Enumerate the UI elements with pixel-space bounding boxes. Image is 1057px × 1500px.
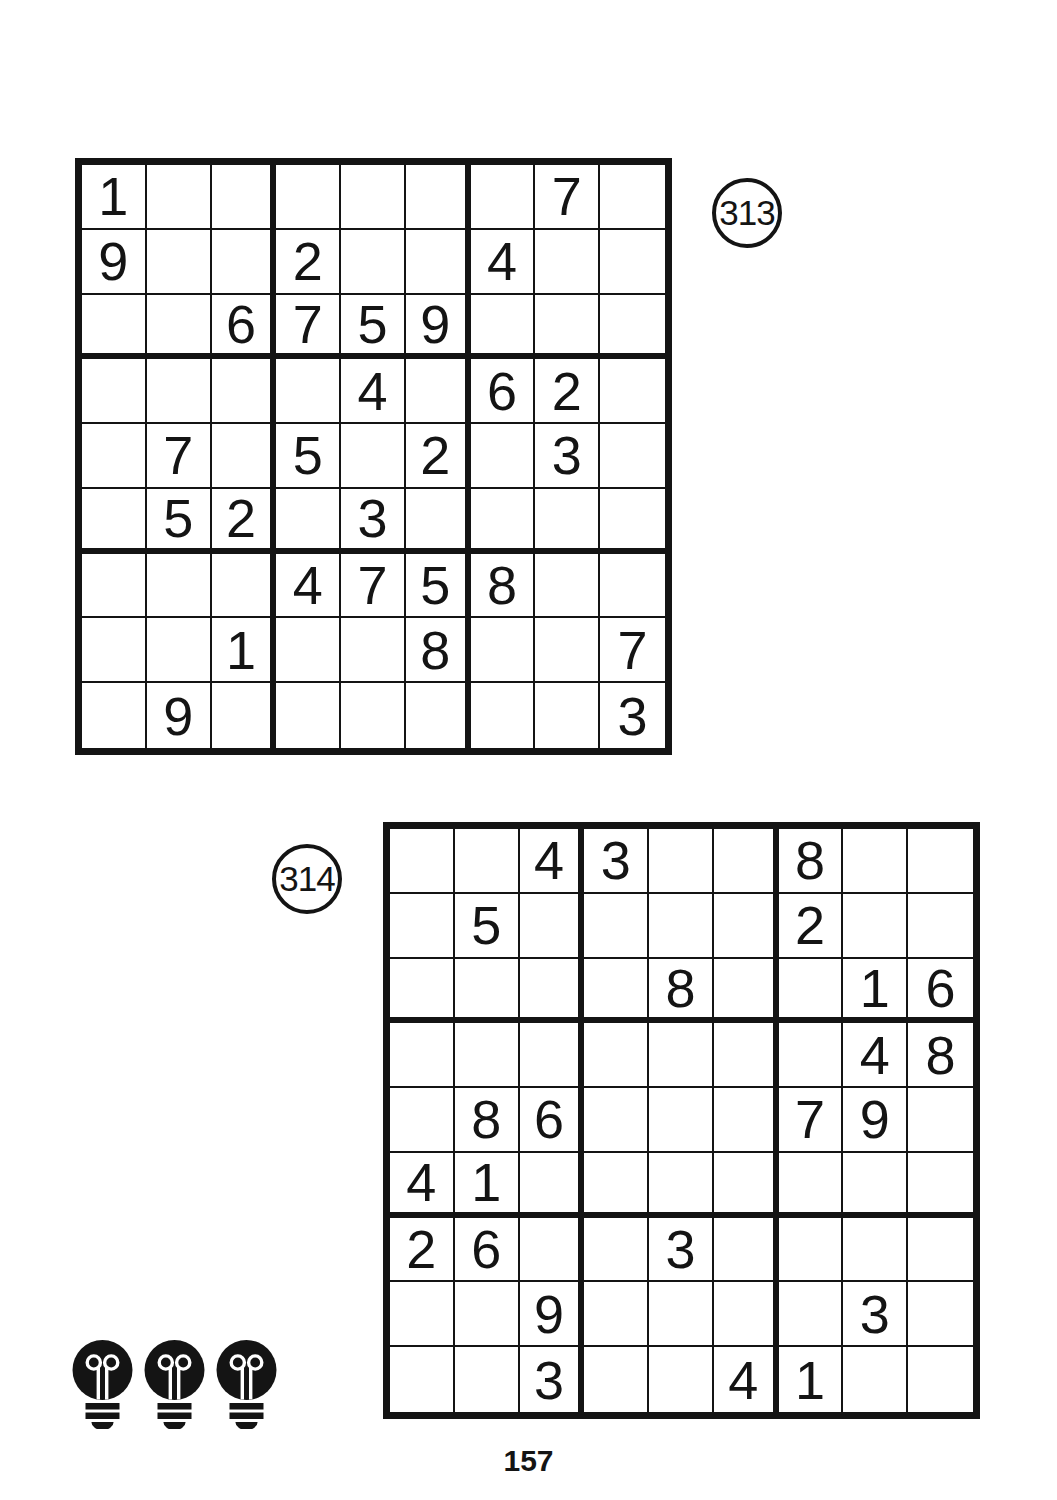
- sudoku-314-cell-r8c1: [390, 1282, 455, 1347]
- sudoku-313-cell-r5c8: 3: [535, 424, 600, 489]
- sudoku-board-313: 1792467594627523523475818793: [75, 158, 672, 755]
- sudoku-314-cell-r9c6: 4: [714, 1347, 779, 1412]
- sudoku-314-cell-r1c3: 4: [520, 829, 585, 894]
- puzzle-number-badge-314: 314: [272, 844, 342, 914]
- sudoku-313-cell-r6c2: 5: [147, 489, 212, 554]
- lightbulb-icon: [72, 1340, 133, 1429]
- sudoku-313-cell-r6c6: [406, 489, 471, 554]
- sudoku-314-cell-r7c3: [520, 1218, 585, 1283]
- sudoku-314-cell-r2c4: [584, 894, 649, 959]
- sudoku-313-cell-r3c1: [82, 295, 147, 360]
- sudoku-314-cell-r1c4: 3: [584, 829, 649, 894]
- sudoku-314-cell-r9c1: [390, 1347, 455, 1412]
- sudoku-313-cell-r6c3: 2: [212, 489, 277, 554]
- sudoku-313-cell-r3c3: 6: [212, 295, 277, 360]
- sudoku-314-cell-r5c4: [584, 1088, 649, 1153]
- sudoku-314-cell-r9c2: [455, 1347, 520, 1412]
- sudoku-313-cell-r9c8: [535, 683, 600, 748]
- sudoku-313-cell-r6c5: 3: [341, 489, 406, 554]
- sudoku-313-cell-r2c7: 4: [471, 230, 536, 295]
- sudoku-314-cell-r7c7: [779, 1218, 844, 1283]
- sudoku-313-cell-r5c7: [471, 424, 536, 489]
- sudoku-313-cell-r1c5: [341, 165, 406, 230]
- sudoku-314-cell-r6c3: [520, 1153, 585, 1218]
- sudoku-314-cell-r6c4: [584, 1153, 649, 1218]
- sudoku-314-cell-r4c8: 4: [843, 1023, 908, 1088]
- sudoku-313-cell-r5c3: [212, 424, 277, 489]
- sudoku-314-cell-r9c8: [843, 1347, 908, 1412]
- sudoku-314-cell-r8c2: [455, 1282, 520, 1347]
- sudoku-313-cell-r2c4: 2: [276, 230, 341, 295]
- sudoku-313-cell-r4c1: [82, 359, 147, 424]
- sudoku-314-cell-r6c8: [843, 1153, 908, 1218]
- sudoku-314-cell-r5c9: [908, 1088, 973, 1153]
- sudoku-313-cell-r7c2: [147, 554, 212, 619]
- sudoku-314-cell-r7c1: 2: [390, 1218, 455, 1283]
- sudoku-313-cell-r2c2: [147, 230, 212, 295]
- sudoku-313-cell-r3c5: 5: [341, 295, 406, 360]
- sudoku-314-cell-r8c8: 3: [843, 1282, 908, 1347]
- sudoku-313-cell-r6c8: [535, 489, 600, 554]
- sudoku-314-cell-r3c8: 1: [843, 959, 908, 1024]
- sudoku-314-cell-r1c6: [714, 829, 779, 894]
- sudoku-313-cell-r8c7: [471, 618, 536, 683]
- sudoku-313-cell-r7c6: 5: [406, 554, 471, 619]
- sudoku-314-cell-r9c5: [649, 1347, 714, 1412]
- sudoku-314-cell-r5c8: 9: [843, 1088, 908, 1153]
- sudoku-313-cell-r4c7: 6: [471, 359, 536, 424]
- sudoku-314-cell-r5c3: 6: [520, 1088, 585, 1153]
- sudoku-314-cell-r7c6: [714, 1218, 779, 1283]
- sudoku-313-cell-r4c8: 2: [535, 359, 600, 424]
- sudoku-313-cell-r5c6: 2: [406, 424, 471, 489]
- sudoku-313-cell-r8c9: 7: [600, 618, 665, 683]
- sudoku-313-cell-r1c9: [600, 165, 665, 230]
- sudoku-313-cell-r9c9: 3: [600, 683, 665, 748]
- sudoku-314-cell-r2c2: 5: [455, 894, 520, 959]
- sudoku-314-cell-r2c5: [649, 894, 714, 959]
- sudoku-313-cell-r1c2: [147, 165, 212, 230]
- sudoku-313-cell-r8c4: [276, 618, 341, 683]
- sudoku-313-cell-r5c4: 5: [276, 424, 341, 489]
- sudoku-314-cell-r2c1: [390, 894, 455, 959]
- sudoku-314-cell-r3c6: [714, 959, 779, 1024]
- sudoku-313-cell-r2c5: [341, 230, 406, 295]
- sudoku-313-cell-r7c1: [82, 554, 147, 619]
- sudoku-314-cell-r3c5: 8: [649, 959, 714, 1024]
- sudoku-314-cell-r2c9: [908, 894, 973, 959]
- difficulty-indicator: [72, 1340, 277, 1429]
- sudoku-314-cell-r4c6: [714, 1023, 779, 1088]
- sudoku-313-cell-r9c7: [471, 683, 536, 748]
- sudoku-313-cell-r1c7: [471, 165, 536, 230]
- sudoku-313-cell-r3c2: [147, 295, 212, 360]
- sudoku-313-cell-r8c5: [341, 618, 406, 683]
- sudoku-314-cell-r1c8: [843, 829, 908, 894]
- sudoku-314-cell-r8c5: [649, 1282, 714, 1347]
- sudoku-314-cell-r9c4: [584, 1347, 649, 1412]
- sudoku-313-cell-r1c6: [406, 165, 471, 230]
- sudoku-314-cell-r3c1: [390, 959, 455, 1024]
- sudoku-314-cell-r5c1: [390, 1088, 455, 1153]
- sudoku-313-cell-r7c9: [600, 554, 665, 619]
- sudoku-313-cell-r9c6: [406, 683, 471, 748]
- sudoku-314-cell-r1c9: [908, 829, 973, 894]
- sudoku-314-cell-r4c2: [455, 1023, 520, 1088]
- sudoku-314-cell-r2c6: [714, 894, 779, 959]
- sudoku-314-cell-r3c3: [520, 959, 585, 1024]
- puzzle-number-label: 314: [279, 859, 334, 899]
- sudoku-314-cell-r1c2: [455, 829, 520, 894]
- sudoku-313-cell-r4c3: [212, 359, 277, 424]
- sudoku-314-cell-r8c9: [908, 1282, 973, 1347]
- sudoku-313-cell-r3c7: [471, 295, 536, 360]
- sudoku-314-cell-r2c7: 2: [779, 894, 844, 959]
- sudoku-314-cell-r7c2: 6: [455, 1218, 520, 1283]
- sudoku-313-cell-r1c8: 7: [535, 165, 600, 230]
- puzzle-number-badge-313: 313: [712, 178, 782, 248]
- sudoku-314-cell-r5c7: 7: [779, 1088, 844, 1153]
- sudoku-313-cell-r9c2: 9: [147, 683, 212, 748]
- sudoku-313-cell-r2c9: [600, 230, 665, 295]
- sudoku-313-cell-r4c2: [147, 359, 212, 424]
- sudoku-313-cell-r3c9: [600, 295, 665, 360]
- sudoku-314-cell-r5c2: 8: [455, 1088, 520, 1153]
- sudoku-313-cell-r8c2: [147, 618, 212, 683]
- sudoku-313-cell-r8c1: [82, 618, 147, 683]
- sudoku-314-cell-r4c9: 8: [908, 1023, 973, 1088]
- sudoku-314-cell-r1c5: [649, 829, 714, 894]
- sudoku-314-cell-r4c5: [649, 1023, 714, 1088]
- sudoku-314-cell-r3c7: [779, 959, 844, 1024]
- sudoku-313-cell-r9c1: [82, 683, 147, 748]
- sudoku-313-cell-r4c4: [276, 359, 341, 424]
- sudoku-313-cell-r8c8: [535, 618, 600, 683]
- lightbulb-icon: [216, 1340, 277, 1429]
- sudoku-313-cell-r5c9: [600, 424, 665, 489]
- sudoku-313-cell-r3c6: 9: [406, 295, 471, 360]
- sudoku-314-cell-r3c4: [584, 959, 649, 1024]
- sudoku-313-cell-r6c7: [471, 489, 536, 554]
- sudoku-314-cell-r9c3: 3: [520, 1347, 585, 1412]
- sudoku-313-cell-r7c4: 4: [276, 554, 341, 619]
- sudoku-314-cell-r1c7: 8: [779, 829, 844, 894]
- sudoku-313-cell-r1c4: [276, 165, 341, 230]
- sudoku-313-cell-r2c6: [406, 230, 471, 295]
- sudoku-313-cell-r5c1: [82, 424, 147, 489]
- sudoku-314-cell-r9c7: 1: [779, 1347, 844, 1412]
- sudoku-313-cell-r2c3: [212, 230, 277, 295]
- sudoku-314-cell-r6c2: 1: [455, 1153, 520, 1218]
- sudoku-313-cell-r7c5: 7: [341, 554, 406, 619]
- sudoku-313-cell-r6c9: [600, 489, 665, 554]
- sudoku-314-cell-r7c8: [843, 1218, 908, 1283]
- sudoku-313-cell-r1c1: 1: [82, 165, 147, 230]
- sudoku-314-cell-r2c3: [520, 894, 585, 959]
- sudoku-313-cell-r4c6: [406, 359, 471, 424]
- sudoku-314-cell-r8c3: 9: [520, 1282, 585, 1347]
- sudoku-313-cell-r8c6: 8: [406, 618, 471, 683]
- sudoku-314-cell-r5c5: [649, 1088, 714, 1153]
- sudoku-314-cell-r7c9: [908, 1218, 973, 1283]
- sudoku-314-cell-r4c3: [520, 1023, 585, 1088]
- sudoku-314-cell-r8c6: [714, 1282, 779, 1347]
- sudoku-board-314: 438528164886794126393341: [383, 822, 980, 1419]
- puzzle-number-label: 313: [719, 193, 774, 233]
- sudoku-313-cell-r7c3: [212, 554, 277, 619]
- lightbulb-icon: [144, 1340, 205, 1429]
- sudoku-313-cell-r3c4: 7: [276, 295, 341, 360]
- sudoku-314-cell-r6c6: [714, 1153, 779, 1218]
- sudoku-314-cell-r6c1: 4: [390, 1153, 455, 1218]
- sudoku-313-cell-r5c5: [341, 424, 406, 489]
- sudoku-314-cell-r6c9: [908, 1153, 973, 1218]
- sudoku-314-cell-r2c8: [843, 894, 908, 959]
- sudoku-313-cell-r9c3: [212, 683, 277, 748]
- sudoku-313-cell-r9c4: [276, 683, 341, 748]
- sudoku-314-cell-r6c5: [649, 1153, 714, 1218]
- sudoku-313-cell-r2c1: 9: [82, 230, 147, 295]
- sudoku-314-cell-r9c9: [908, 1347, 973, 1412]
- sudoku-314-cell-r3c2: [455, 959, 520, 1024]
- sudoku-313-cell-r2c8: [535, 230, 600, 295]
- sudoku-314-cell-r3c9: 6: [908, 959, 973, 1024]
- sudoku-313-cell-r5c2: 7: [147, 424, 212, 489]
- sudoku-313-cell-r6c4: [276, 489, 341, 554]
- sudoku-313-cell-r8c3: 1: [212, 618, 277, 683]
- sudoku-313-cell-r3c8: [535, 295, 600, 360]
- sudoku-314-cell-r7c4: [584, 1218, 649, 1283]
- sudoku-313-cell-r9c5: [341, 683, 406, 748]
- sudoku-314-cell-r1c1: [390, 829, 455, 894]
- sudoku-313-cell-r4c9: [600, 359, 665, 424]
- sudoku-314-cell-r7c5: 3: [649, 1218, 714, 1283]
- sudoku-313-cell-r4c5: 4: [341, 359, 406, 424]
- sudoku-313-cell-r1c3: [212, 165, 277, 230]
- sudoku-314-cell-r4c7: [779, 1023, 844, 1088]
- sudoku-314-cell-r8c4: [584, 1282, 649, 1347]
- sudoku-314-cell-r8c7: [779, 1282, 844, 1347]
- sudoku-313-cell-r6c1: [82, 489, 147, 554]
- sudoku-313-cell-r7c7: 8: [471, 554, 536, 619]
- sudoku-314-cell-r6c7: [779, 1153, 844, 1218]
- sudoku-314-cell-r5c6: [714, 1088, 779, 1153]
- page-number: 157: [0, 1444, 1057, 1478]
- sudoku-313-cell-r7c8: [535, 554, 600, 619]
- sudoku-314-cell-r4c4: [584, 1023, 649, 1088]
- sudoku-314-cell-r4c1: [390, 1023, 455, 1088]
